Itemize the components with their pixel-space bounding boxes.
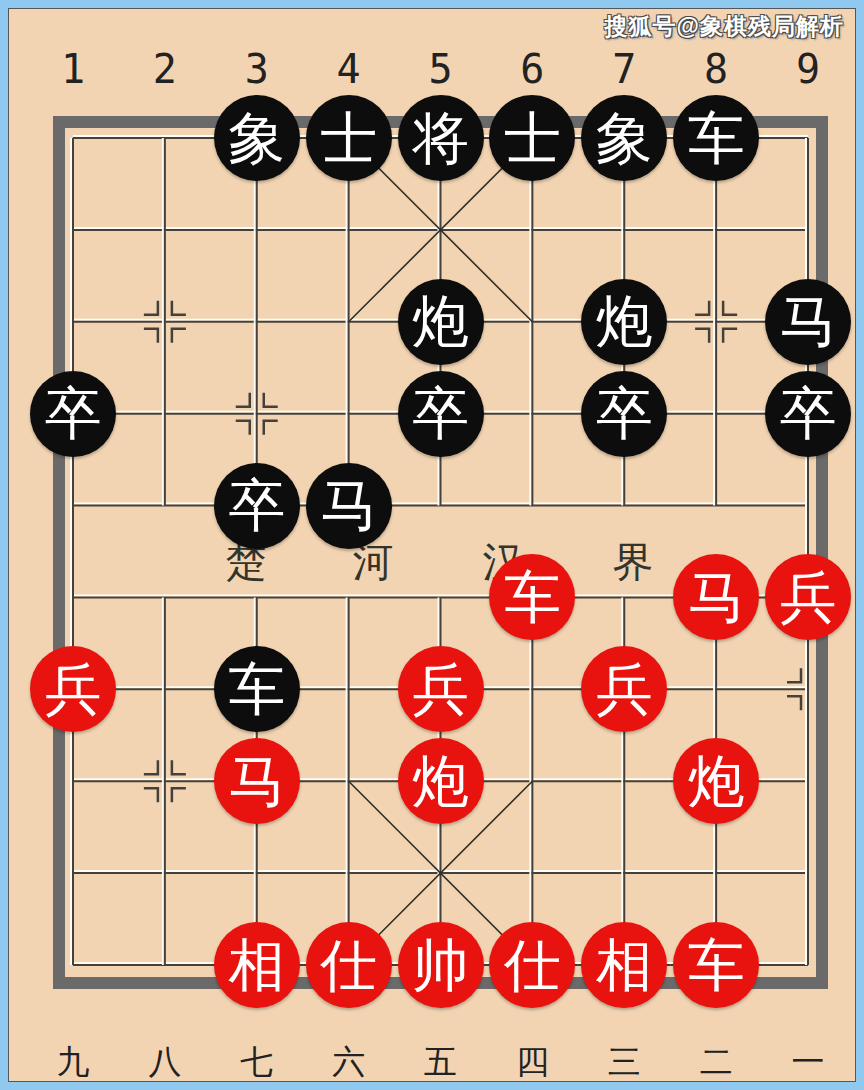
piece-red-elephant: 相: [581, 922, 667, 1008]
column-label-top-9: 9: [778, 46, 838, 92]
column-label-bottom-1: 九: [43, 1040, 103, 1085]
column-label-top-8: 8: [686, 46, 746, 92]
piece-black-chariot: 车: [673, 95, 759, 181]
piece-black-horse: 马: [765, 279, 851, 365]
piece-red-chariot: 车: [673, 922, 759, 1008]
piece-black-advisor: 士: [306, 95, 392, 181]
column-label-bottom-2: 八: [135, 1040, 195, 1085]
column-label-bottom-8: 二: [686, 1040, 746, 1085]
piece-black-elephant: 象: [581, 95, 667, 181]
piece-red-cannon: 炮: [673, 738, 759, 824]
piece-red-advisor: 仕: [306, 922, 392, 1008]
piece-black-soldier: 卒: [581, 371, 667, 457]
piece-black-chariot: 车: [214, 646, 300, 732]
piece-red-advisor: 仕: [489, 922, 575, 1008]
piece-red-cannon: 炮: [398, 738, 484, 824]
piece-red-horse: 马: [214, 738, 300, 824]
board-border: [53, 116, 828, 989]
column-label-top-6: 6: [502, 46, 562, 92]
column-label-top-5: 5: [411, 46, 471, 92]
xiangqi-diagram: 搜狐号@象棋残局解析 123456789 九八七六五四三二一 楚河汉界 象士将士…: [0, 0, 864, 1090]
column-label-bottom-4: 六: [319, 1040, 379, 1085]
column-label-top-2: 2: [135, 46, 195, 92]
column-label-bottom-7: 三: [594, 1040, 654, 1085]
piece-red-soldier: 兵: [30, 646, 116, 732]
column-label-top-7: 7: [594, 46, 654, 92]
piece-black-cannon: 炮: [581, 279, 667, 365]
piece-red-general: 帅: [398, 922, 484, 1008]
piece-black-soldier: 卒: [765, 371, 851, 457]
piece-black-soldier: 卒: [30, 371, 116, 457]
piece-red-soldier: 兵: [398, 646, 484, 732]
piece-black-general: 将: [398, 95, 484, 181]
piece-black-cannon: 炮: [398, 279, 484, 365]
piece-black-horse: 马: [306, 463, 392, 549]
piece-red-soldier: 兵: [765, 554, 851, 640]
piece-black-soldier: 卒: [214, 463, 300, 549]
piece-red-elephant: 相: [214, 922, 300, 1008]
watermark-text: 搜狐号@象棋残局解析: [605, 11, 844, 42]
column-label-bottom-9: 一: [778, 1040, 838, 1085]
column-label-bottom-5: 五: [411, 1040, 471, 1085]
piece-red-soldier: 兵: [581, 646, 667, 732]
piece-black-elephant: 象: [214, 95, 300, 181]
river-char-4: 界: [603, 535, 663, 590]
column-label-bottom-3: 七: [227, 1040, 287, 1085]
piece-red-horse: 马: [673, 554, 759, 640]
column-label-top-3: 3: [227, 46, 287, 92]
column-label-top-4: 4: [319, 46, 379, 92]
column-label-bottom-6: 四: [502, 1040, 562, 1085]
piece-black-advisor: 士: [489, 95, 575, 181]
piece-black-soldier: 卒: [398, 371, 484, 457]
column-label-top-1: 1: [43, 46, 103, 92]
